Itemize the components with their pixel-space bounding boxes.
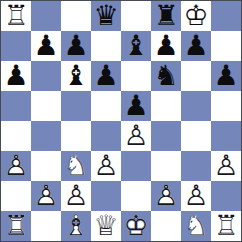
piece-white-knight-g1-fill: ♞ [181, 211, 211, 241]
piece-white-pawn-f2: ♙ [151, 181, 181, 211]
square-h5[interactable] [211, 91, 241, 121]
square-e7[interactable]: ♝ [121, 31, 151, 61]
square-h2[interactable] [211, 181, 241, 211]
piece-black-pawn-d6: ♟ [91, 61, 121, 91]
square-b3[interactable] [31, 151, 61, 181]
square-a5[interactable] [1, 91, 31, 121]
piece-white-queen-d1-fill: ♛ [91, 211, 121, 241]
square-f1[interactable] [151, 211, 181, 241]
square-c3[interactable]: ♞♘ [61, 151, 91, 181]
square-a3[interactable]: ♟♙ [1, 151, 31, 181]
piece-black-bishop-c6: ♝ [61, 61, 91, 91]
square-g7[interactable]: ♟ [181, 31, 211, 61]
piece-black-pawn-b7: ♟ [31, 31, 61, 61]
square-g8[interactable]: ♔ [181, 1, 211, 31]
piece-black-rook-a8: ♖ [1, 1, 31, 31]
piece-white-pawn-d3: ♙ [91, 151, 121, 181]
square-d6[interactable]: ♟ [91, 61, 121, 91]
piece-black-pawn-f7: ♟ [151, 31, 181, 61]
piece-white-pawn-e4-fill: ♟ [121, 121, 151, 151]
square-f7[interactable]: ♟ [151, 31, 181, 61]
square-f2[interactable]: ♟♙ [151, 181, 181, 211]
piece-black-pawn-h6: ♟ [211, 61, 241, 91]
square-f8[interactable]: ♜ [151, 1, 181, 31]
piece-white-rook-h1-fill: ♜ [211, 211, 241, 241]
square-c4[interactable] [61, 121, 91, 151]
square-b5[interactable] [31, 91, 61, 121]
piece-white-pawn-f2-fill: ♟ [151, 181, 181, 211]
square-c7[interactable]: ♟ [61, 31, 91, 61]
square-d1[interactable]: ♛♕ [91, 211, 121, 241]
square-g4[interactable] [181, 121, 211, 151]
square-c8[interactable] [61, 1, 91, 31]
square-f4[interactable] [151, 121, 181, 151]
square-d2[interactable] [91, 181, 121, 211]
square-b7[interactable]: ♟ [31, 31, 61, 61]
square-d5[interactable] [91, 91, 121, 121]
square-g1[interactable]: ♞♘ [181, 211, 211, 241]
square-f5[interactable] [151, 91, 181, 121]
square-g3[interactable] [181, 151, 211, 181]
piece-white-pawn-a3: ♙ [1, 151, 31, 181]
square-e1[interactable]: ♚♔ [121, 211, 151, 241]
piece-white-king-e1: ♔ [121, 211, 151, 241]
piece-white-pawn-c2: ♙ [61, 181, 91, 211]
piece-white-bishop-c1-fill: ♝ [61, 211, 91, 241]
square-h6[interactable]: ♟ [211, 61, 241, 91]
piece-white-pawn-g2: ♙ [181, 181, 211, 211]
piece-white-rook-a1-fill: ♜ [1, 211, 31, 241]
square-a7[interactable] [1, 31, 31, 61]
piece-white-pawn-b2-fill: ♟ [31, 181, 61, 211]
square-h8[interactable] [211, 1, 241, 31]
square-e4[interactable]: ♟♙ [121, 121, 151, 151]
piece-black-pawn-g7: ♟ [181, 31, 211, 61]
square-c2[interactable]: ♟♙ [61, 181, 91, 211]
piece-white-pawn-d3-fill: ♟ [91, 151, 121, 181]
square-h1[interactable]: ♜♖ [211, 211, 241, 241]
piece-white-rook-a1: ♖ [1, 211, 31, 241]
square-h3[interactable]: ♟♙ [211, 151, 241, 181]
square-c6[interactable]: ♝ [61, 61, 91, 91]
piece-black-pawn-c7: ♟ [61, 31, 91, 61]
square-e5[interactable]: ♟ [121, 91, 151, 121]
square-a6[interactable]: ♟ [1, 61, 31, 91]
square-a8[interactable]: ♖ [1, 1, 31, 31]
chess-board: ♖♛♜♔♟♟♝♟♟♟♝♟♞♟♟♟♙♟♙♞♘♟♙♟♙♟♙♟♙♟♙♟♙♜♖♝♗♛♕♚… [0, 0, 242, 242]
square-b6[interactable] [31, 61, 61, 91]
piece-white-knight-c3-fill: ♞ [61, 151, 91, 181]
square-h7[interactable] [211, 31, 241, 61]
piece-white-pawn-h3-fill: ♟ [211, 151, 241, 181]
piece-black-rook-f8: ♜ [151, 1, 181, 31]
piece-black-queen-d8: ♛ [91, 1, 121, 31]
square-b2[interactable]: ♟♙ [31, 181, 61, 211]
square-d8[interactable]: ♛ [91, 1, 121, 31]
square-e6[interactable] [121, 61, 151, 91]
square-d4[interactable] [91, 121, 121, 151]
piece-black-bishop-e7: ♝ [121, 31, 151, 61]
piece-white-king-e1-fill: ♚ [121, 211, 151, 241]
piece-white-bishop-c1: ♗ [61, 211, 91, 241]
square-e3[interactable] [121, 151, 151, 181]
square-h4[interactable] [211, 121, 241, 151]
piece-white-rook-h1: ♖ [211, 211, 241, 241]
square-a4[interactable] [1, 121, 31, 151]
piece-black-knight-f6: ♞ [151, 61, 181, 91]
square-g6[interactable] [181, 61, 211, 91]
square-f3[interactable] [151, 151, 181, 181]
square-g5[interactable] [181, 91, 211, 121]
piece-white-pawn-a3-fill: ♟ [1, 151, 31, 181]
piece-white-knight-c3: ♘ [61, 151, 91, 181]
piece-white-queen-d1: ♕ [91, 211, 121, 241]
piece-white-pawn-h3: ♙ [211, 151, 241, 181]
piece-white-pawn-e4: ♙ [121, 121, 151, 151]
piece-black-pawn-a6: ♟ [1, 61, 31, 91]
piece-black-king-g8: ♔ [181, 1, 211, 31]
piece-white-pawn-c2-fill: ♟ [61, 181, 91, 211]
chess-board-wrap: ♖♛♜♔♟♟♝♟♟♟♝♟♞♟♟♟♙♟♙♞♘♟♙♟♙♟♙♟♙♟♙♟♙♜♖♝♗♛♕♚… [0, 0, 242, 242]
square-d3[interactable]: ♟♙ [91, 151, 121, 181]
square-b1[interactable] [31, 211, 61, 241]
square-d7[interactable] [91, 31, 121, 61]
square-e8[interactable] [121, 1, 151, 31]
square-c1[interactable]: ♝♗ [61, 211, 91, 241]
square-f6[interactable]: ♞ [151, 61, 181, 91]
piece-white-knight-g1: ♘ [181, 211, 211, 241]
piece-black-pawn-e5: ♟ [121, 91, 151, 121]
piece-white-pawn-g2-fill: ♟ [181, 181, 211, 211]
square-g2[interactable]: ♟♙ [181, 181, 211, 211]
square-e2[interactable] [121, 181, 151, 211]
square-a2[interactable] [1, 181, 31, 211]
piece-white-pawn-b2: ♙ [31, 181, 61, 211]
square-a1[interactable]: ♜♖ [1, 211, 31, 241]
square-b8[interactable] [31, 1, 61, 31]
square-c5[interactable] [61, 91, 91, 121]
square-b4[interactable] [31, 121, 61, 151]
